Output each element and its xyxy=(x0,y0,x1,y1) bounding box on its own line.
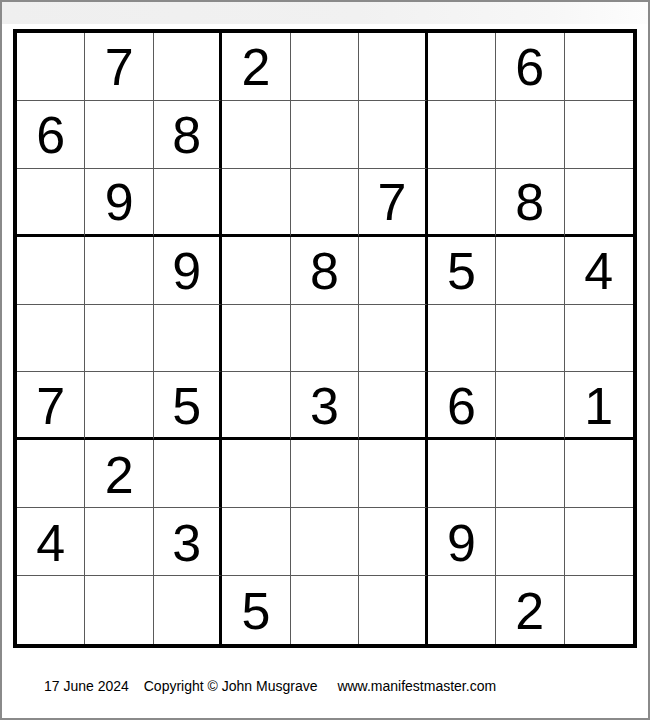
cell-r3c2[interactable]: 9 xyxy=(85,169,153,237)
header-strip xyxy=(2,2,648,24)
cell-r5c6[interactable] xyxy=(359,305,427,373)
cell-r9c3[interactable] xyxy=(154,576,222,644)
cell-r4c3[interactable]: 9 xyxy=(154,237,222,305)
cell-r9c1[interactable] xyxy=(17,576,85,644)
cell-r6c3[interactable]: 5 xyxy=(154,372,222,440)
cell-r9c9[interactable] xyxy=(565,576,633,644)
cell-r5c7[interactable] xyxy=(428,305,496,373)
cell-r9c7[interactable] xyxy=(428,576,496,644)
cell-r1c7[interactable] xyxy=(428,33,496,101)
cell-r7c5[interactable] xyxy=(291,440,359,508)
page: 7 2 6 6 8 9 7 8 9 8 5 4 xyxy=(0,0,650,720)
cell-r1c1[interactable] xyxy=(17,33,85,101)
cell-r4c9[interactable]: 4 xyxy=(565,237,633,305)
cell-r1c2[interactable]: 7 xyxy=(85,33,153,101)
cell-r7c3[interactable] xyxy=(154,440,222,508)
cell-r2c8[interactable] xyxy=(496,101,564,169)
cell-r4c4[interactable] xyxy=(222,237,290,305)
cell-r7c4[interactable] xyxy=(222,440,290,508)
cell-r6c9[interactable]: 1 xyxy=(565,372,633,440)
cell-r5c2[interactable] xyxy=(85,305,153,373)
cell-r7c6[interactable] xyxy=(359,440,427,508)
cell-r6c7[interactable]: 6 xyxy=(428,372,496,440)
cell-r4c5[interactable]: 8 xyxy=(291,237,359,305)
cell-r3c6[interactable]: 7 xyxy=(359,169,427,237)
cell-r9c8[interactable]: 2 xyxy=(496,576,564,644)
cell-r8c8[interactable] xyxy=(496,508,564,576)
cell-r9c2[interactable] xyxy=(85,576,153,644)
cell-r4c7[interactable]: 5 xyxy=(428,237,496,305)
cell-r8c9[interactable] xyxy=(565,508,633,576)
cell-r2c3[interactable]: 8 xyxy=(154,101,222,169)
cell-r1c9[interactable] xyxy=(565,33,633,101)
cell-r5c3[interactable] xyxy=(154,305,222,373)
cell-r3c5[interactable] xyxy=(291,169,359,237)
cell-r6c8[interactable] xyxy=(496,372,564,440)
cell-r7c7[interactable] xyxy=(428,440,496,508)
cell-r4c1[interactable] xyxy=(17,237,85,305)
cell-r2c1[interactable]: 6 xyxy=(17,101,85,169)
cell-r3c1[interactable] xyxy=(17,169,85,237)
cell-r8c3[interactable]: 3 xyxy=(154,508,222,576)
cell-r2c9[interactable] xyxy=(565,101,633,169)
cell-r9c4[interactable]: 5 xyxy=(222,576,290,644)
cell-r3c8[interactable]: 8 xyxy=(496,169,564,237)
cell-r8c4[interactable] xyxy=(222,508,290,576)
cell-r6c4[interactable] xyxy=(222,372,290,440)
cell-r6c6[interactable] xyxy=(359,372,427,440)
cell-r8c1[interactable]: 4 xyxy=(17,508,85,576)
cell-r4c6[interactable] xyxy=(359,237,427,305)
footer: 17 June 2024 Copyright © John Musgrave w… xyxy=(44,676,496,696)
sudoku-grid: 7 2 6 6 8 9 7 8 9 8 5 4 xyxy=(13,29,637,648)
cell-r8c5[interactable] xyxy=(291,508,359,576)
cell-r5c1[interactable] xyxy=(17,305,85,373)
cell-r4c8[interactable] xyxy=(496,237,564,305)
cell-r2c7[interactable] xyxy=(428,101,496,169)
cell-r4c2[interactable] xyxy=(85,237,153,305)
cell-r1c4[interactable]: 2 xyxy=(222,33,290,101)
cell-r8c6[interactable] xyxy=(359,508,427,576)
footer-copyright: Copyright © John Musgrave xyxy=(144,678,318,694)
cell-r2c5[interactable] xyxy=(291,101,359,169)
footer-website: www.manifestmaster.com xyxy=(337,678,496,694)
cell-r1c6[interactable] xyxy=(359,33,427,101)
cell-r6c5[interactable]: 3 xyxy=(291,372,359,440)
cell-r8c2[interactable] xyxy=(85,508,153,576)
cell-r1c8[interactable]: 6 xyxy=(496,33,564,101)
cell-r1c3[interactable] xyxy=(154,33,222,101)
cell-r5c5[interactable] xyxy=(291,305,359,373)
cell-r2c6[interactable] xyxy=(359,101,427,169)
cell-r6c1[interactable]: 7 xyxy=(17,372,85,440)
cell-r6c2[interactable] xyxy=(85,372,153,440)
cell-r5c9[interactable] xyxy=(565,305,633,373)
cell-r8c7[interactable]: 9 xyxy=(428,508,496,576)
cell-r9c6[interactable] xyxy=(359,576,427,644)
cell-r3c4[interactable] xyxy=(222,169,290,237)
cell-r3c7[interactable] xyxy=(428,169,496,237)
cell-r7c9[interactable] xyxy=(565,440,633,508)
cell-r7c1[interactable] xyxy=(17,440,85,508)
cell-r1c5[interactable] xyxy=(291,33,359,101)
cell-r3c9[interactable] xyxy=(565,169,633,237)
cell-r7c2[interactable]: 2 xyxy=(85,440,153,508)
cell-r7c8[interactable] xyxy=(496,440,564,508)
cell-r2c4[interactable] xyxy=(222,101,290,169)
cell-r9c5[interactable] xyxy=(291,576,359,644)
cell-r5c8[interactable] xyxy=(496,305,564,373)
cell-r5c4[interactable] xyxy=(222,305,290,373)
footer-date: 17 June 2024 xyxy=(44,678,129,694)
cell-r3c3[interactable] xyxy=(154,169,222,237)
cell-r2c2[interactable] xyxy=(85,101,153,169)
